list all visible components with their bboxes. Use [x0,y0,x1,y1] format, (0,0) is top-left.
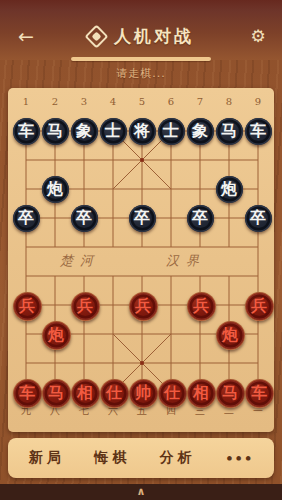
red-piece-车[interactable]: 车 [13,379,42,408]
red-piece-相[interactable]: 相 [187,379,216,408]
divider-pill [71,57,211,61]
red-piece-帅[interactable]: 帅 [129,379,158,408]
xiangqi-board[interactable]: 楚河 汉界 123456789 九八七六五四三二一 车马象士将士象马车炮炮卒卒卒… [8,88,274,432]
black-piece-炮[interactable]: 炮 [216,176,243,203]
file-coordinate: 9 [248,96,268,108]
red-piece-炮[interactable]: 炮 [42,321,71,350]
red-piece-车[interactable]: 车 [245,379,274,408]
more-options-button[interactable]: ••• [223,447,255,470]
black-piece-马[interactable]: 马 [216,118,243,145]
black-piece-士[interactable]: 士 [100,118,127,145]
river-label-right: 汉界 [166,252,206,270]
river-label-left: 楚河 [60,252,100,270]
file-coordinate: 2 [45,96,65,108]
status-text: 请走棋... [0,66,282,81]
header-row: ← 人机对战 ⚙ [0,22,282,50]
file-coordinate: 8 [219,96,239,108]
red-piece-兵[interactable]: 兵 [71,292,100,321]
xiangqi-app: ← 人机对战 ⚙ 请走棋... 楚河 汉界 123456789 九八七六五四三二… [0,0,282,500]
red-piece-兵[interactable]: 兵 [13,292,42,321]
red-piece-兵[interactable]: 兵 [187,292,216,321]
header: ← 人机对战 ⚙ [0,0,282,60]
undo-move-button[interactable]: 悔棋 [92,445,132,471]
title-wrap: 人机对战 [0,22,282,50]
black-piece-卒[interactable]: 卒 [71,205,98,232]
black-piece-卒[interactable]: 卒 [187,205,214,232]
settings-gear-icon[interactable]: ⚙ [244,24,272,48]
black-piece-士[interactable]: 士 [158,118,185,145]
black-piece-卒[interactable]: 卒 [129,205,156,232]
red-piece-兵[interactable]: 兵 [129,292,158,321]
black-piece-卒[interactable]: 卒 [245,205,272,232]
page-title: 人机对战 [114,25,194,48]
new-game-button[interactable]: 新局 [27,445,67,471]
red-piece-兵[interactable]: 兵 [245,292,274,321]
black-piece-将[interactable]: 将 [129,118,156,145]
black-piece-车[interactable]: 车 [13,118,40,145]
red-piece-炮[interactable]: 炮 [216,321,245,350]
diamond-logo-icon [84,24,108,48]
red-piece-仕[interactable]: 仕 [158,379,187,408]
red-piece-仕[interactable]: 仕 [100,379,129,408]
black-piece-象[interactable]: 象 [187,118,214,145]
analysis-button[interactable]: 分析 [158,445,198,471]
red-piece-马[interactable]: 马 [216,379,245,408]
chevron-up-icon[interactable]: ∧ [137,485,146,499]
bottom-toolbar: 新局 悔棋 分析 ••• [8,438,274,478]
bottom-nav-bar: ∧ [0,484,282,500]
red-piece-相[interactable]: 相 [71,379,100,408]
black-piece-象[interactable]: 象 [71,118,98,145]
file-coordinate: 7 [190,96,210,108]
black-piece-卒[interactable]: 卒 [13,205,40,232]
black-piece-车[interactable]: 车 [245,118,272,145]
file-coordinate: 3 [74,96,94,108]
black-piece-马[interactable]: 马 [42,118,69,145]
red-piece-马[interactable]: 马 [42,379,71,408]
file-coordinate: 5 [132,96,152,108]
file-coordinate: 1 [16,96,36,108]
black-piece-炮[interactable]: 炮 [42,176,69,203]
file-coordinate: 6 [161,96,181,108]
file-coordinate: 4 [103,96,123,108]
